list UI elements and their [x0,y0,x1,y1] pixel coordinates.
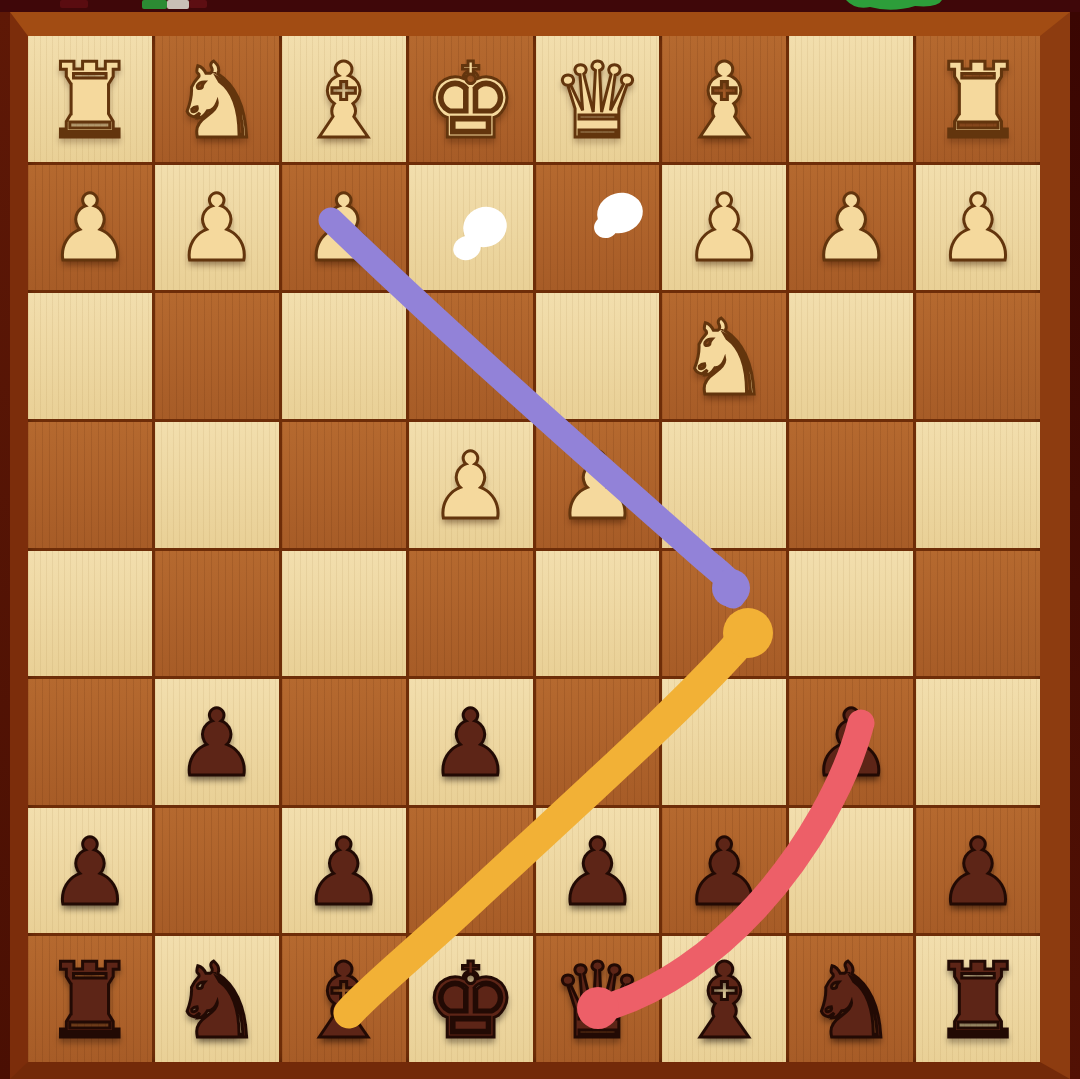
square-a5[interactable] [916,551,1040,677]
square-f5[interactable] [282,551,406,677]
green-leaf-sliver [846,0,942,10]
white-bishop-c1[interactable]: ♝ [678,49,771,153]
black-bishop-f8[interactable]: ♝ [297,949,390,1053]
white-pawn-b2[interactable]: ♟ [810,183,892,275]
square-e4[interactable]: ♟ [409,422,533,548]
square-b3[interactable] [789,293,913,419]
white-knight-g1[interactable]: ♞ [170,49,263,153]
square-d6[interactable] [536,679,660,805]
square-e8[interactable]: ♚ [409,936,533,1062]
square-e3[interactable] [409,293,533,419]
square-a3[interactable] [916,293,1040,419]
square-c2[interactable]: ♟ [662,165,786,291]
square-a7[interactable]: ♟ [916,808,1040,934]
square-e1[interactable]: ♚ [409,36,533,162]
black-knight-b8[interactable]: ♞ [805,949,898,1053]
black-pawn-f7[interactable]: ♟ [302,827,384,919]
square-f1[interactable]: ♝ [282,36,406,162]
square-h1[interactable]: ♜ [28,36,152,162]
white-pawn-d4[interactable]: ♟ [556,441,638,533]
square-d1[interactable]: ♛ [536,36,660,162]
square-f3[interactable] [282,293,406,419]
square-c1[interactable]: ♝ [662,36,786,162]
square-f8[interactable]: ♝ [282,936,406,1062]
white-king-e1[interactable]: ♚ [424,49,517,153]
chess-app-screenshot: ♜♞♝♚♛♝♜♟♟♟♟♟♟♞♟♟♟♟♟♟♟♟♟♟♜♞♝♚♛♝♞♜ [0,0,1080,1079]
flag-sliver [60,0,207,9]
outer-edge-left [0,12,10,1079]
board: ♜♞♝♚♛♝♜♟♟♟♟♟♟♞♟♟♟♟♟♟♟♟♟♟♜♞♝♚♛♝♞♜ [28,36,1040,1062]
square-h4[interactable] [28,422,152,548]
square-f2[interactable]: ♟ [282,165,406,291]
black-pawn-g6[interactable]: ♟ [176,698,258,790]
white-rook-a1[interactable]: ♜ [931,49,1024,153]
black-pawn-a7[interactable]: ♟ [937,827,1019,919]
square-h7[interactable]: ♟ [28,808,152,934]
square-b5[interactable] [789,551,913,677]
white-queen-d1[interactable]: ♛ [551,49,644,153]
square-d8[interactable]: ♛ [536,936,660,1062]
square-g6[interactable]: ♟ [155,679,279,805]
square-e7[interactable] [409,808,533,934]
black-pawn-b6[interactable]: ♟ [810,698,892,790]
square-b8[interactable]: ♞ [789,936,913,1062]
square-d4[interactable]: ♟ [536,422,660,548]
square-c8[interactable]: ♝ [662,936,786,1062]
white-pawn-c2[interactable]: ♟ [683,183,765,275]
wooden-board-frame: ♜♞♝♚♛♝♜♟♟♟♟♟♟♞♟♟♟♟♟♟♟♟♟♟♜♞♝♚♛♝♞♜ [10,12,1070,1079]
square-a4[interactable] [916,422,1040,548]
square-g3[interactable] [155,293,279,419]
square-h5[interactable] [28,551,152,677]
square-b4[interactable] [789,422,913,548]
square-g2[interactable]: ♟ [155,165,279,291]
square-e2[interactable] [409,165,533,291]
black-rook-a8[interactable]: ♜ [931,949,1024,1053]
square-h6[interactable] [28,679,152,805]
outer-edge-right [1070,12,1080,1079]
square-c7[interactable]: ♟ [662,808,786,934]
black-knight-g8[interactable]: ♞ [170,949,263,1053]
white-pawn-e4[interactable]: ♟ [429,441,511,533]
square-d2[interactable] [536,165,660,291]
square-c4[interactable] [662,422,786,548]
square-h8[interactable]: ♜ [28,936,152,1062]
white-knight-c3[interactable]: ♞ [678,306,771,410]
square-f7[interactable]: ♟ [282,808,406,934]
square-b6[interactable]: ♟ [789,679,913,805]
black-pawn-h7[interactable]: ♟ [49,827,131,919]
square-g4[interactable] [155,422,279,548]
square-b7[interactable] [789,808,913,934]
square-g8[interactable]: ♞ [155,936,279,1062]
black-queen-d8[interactable]: ♛ [551,949,644,1053]
square-e5[interactable] [409,551,533,677]
square-c5[interactable] [662,551,786,677]
square-d5[interactable] [536,551,660,677]
square-b2[interactable]: ♟ [789,165,913,291]
white-pawn-f2[interactable]: ♟ [302,183,384,275]
square-a6[interactable] [916,679,1040,805]
square-g5[interactable] [155,551,279,677]
white-pawn-a2[interactable]: ♟ [937,183,1019,275]
black-pawn-e6[interactable]: ♟ [429,698,511,790]
square-b1[interactable] [789,36,913,162]
square-c3[interactable]: ♞ [662,293,786,419]
square-f6[interactable] [282,679,406,805]
square-d3[interactable] [536,293,660,419]
square-e6[interactable]: ♟ [409,679,533,805]
square-f4[interactable] [282,422,406,548]
black-rook-h8[interactable]: ♜ [43,949,136,1053]
black-king-e8[interactable]: ♚ [424,949,517,1053]
black-bishop-c8[interactable]: ♝ [678,949,771,1053]
white-bishop-f1[interactable]: ♝ [297,49,390,153]
square-a2[interactable]: ♟ [916,165,1040,291]
square-g1[interactable]: ♞ [155,36,279,162]
square-d7[interactable]: ♟ [536,808,660,934]
square-a8[interactable]: ♜ [916,936,1040,1062]
square-h2[interactable]: ♟ [28,165,152,291]
square-c6[interactable] [662,679,786,805]
black-pawn-c7[interactable]: ♟ [683,827,765,919]
square-h3[interactable] [28,293,152,419]
square-g7[interactable] [155,808,279,934]
white-pawn-h2[interactable]: ♟ [49,183,131,275]
white-pawn-g2[interactable]: ♟ [176,183,258,275]
black-pawn-d7[interactable]: ♟ [556,827,638,919]
white-rook-h1[interactable]: ♜ [43,49,136,153]
square-a1[interactable]: ♜ [916,36,1040,162]
